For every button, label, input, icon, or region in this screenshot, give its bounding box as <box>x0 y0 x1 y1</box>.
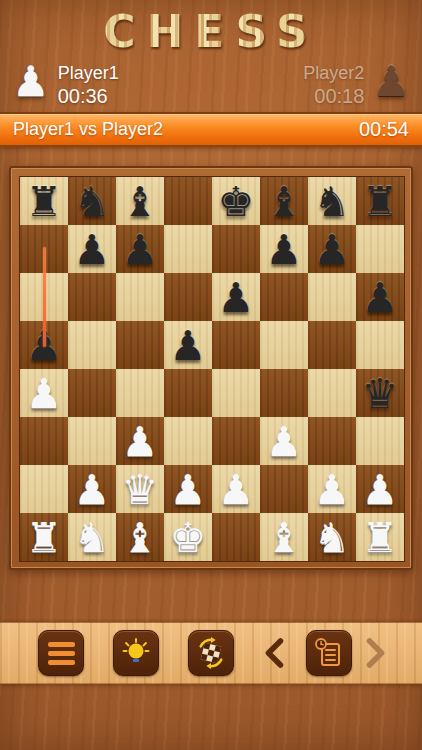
piece-white-king[interactable]: ♚ <box>164 513 212 561</box>
square-c7[interactable]: ♟ <box>116 225 164 273</box>
square-c3[interactable]: ♟ <box>116 417 164 465</box>
square-c1[interactable]: ♝ <box>116 513 164 561</box>
square-b7[interactable]: ♟ <box>68 225 116 273</box>
square-d5[interactable]: ♟ <box>164 321 212 369</box>
square-f8[interactable]: ♝ <box>260 177 308 225</box>
piece-black-knight[interactable]: ♞ <box>68 177 116 225</box>
square-g7[interactable]: ♟ <box>308 225 356 273</box>
brown-pawn-icon: ♟ <box>372 58 410 106</box>
hint-button[interactable] <box>113 630 159 676</box>
square-d4[interactable] <box>164 369 212 417</box>
piece-white-pawn[interactable]: ♟ <box>164 465 212 513</box>
piece-black-rook[interactable]: ♜ <box>356 177 404 225</box>
flip-board-button[interactable] <box>188 630 234 676</box>
piece-white-rook[interactable]: ♜ <box>356 513 404 561</box>
piece-black-pawn[interactable]: ♟ <box>260 225 308 273</box>
square-d8[interactable] <box>164 177 212 225</box>
square-e3[interactable] <box>212 417 260 465</box>
square-h1[interactable]: ♜ <box>356 513 404 561</box>
square-e7[interactable] <box>212 225 260 273</box>
player1-clock: 00:36 <box>58 84 108 108</box>
app-title: CHESS <box>0 6 422 57</box>
square-e1[interactable] <box>212 513 260 561</box>
square-b6[interactable] <box>68 273 116 321</box>
square-e8[interactable]: ♚ <box>212 177 260 225</box>
square-a4[interactable]: ♟ <box>20 369 68 417</box>
square-g8[interactable]: ♞ <box>308 177 356 225</box>
square-g1[interactable]: ♞ <box>308 513 356 561</box>
player2-name: Player2 <box>303 62 364 84</box>
square-b5[interactable] <box>68 321 116 369</box>
square-h8[interactable]: ♜ <box>356 177 404 225</box>
square-h3[interactable] <box>356 417 404 465</box>
piece-white-rook[interactable]: ♜ <box>20 513 68 561</box>
square-c6[interactable] <box>116 273 164 321</box>
square-f2[interactable] <box>260 465 308 513</box>
back-button[interactable] <box>256 630 292 676</box>
match-banner: Player1 vs Player2 00:54 <box>0 112 422 147</box>
square-c4[interactable] <box>116 369 164 417</box>
chevron-left-icon <box>262 635 286 671</box>
square-g4[interactable] <box>308 369 356 417</box>
piece-black-pawn[interactable]: ♟ <box>164 321 212 369</box>
square-c8[interactable]: ♝ <box>116 177 164 225</box>
piece-white-pawn[interactable]: ♟ <box>68 465 116 513</box>
square-h5[interactable] <box>356 321 404 369</box>
piece-black-queen[interactable]: ♛ <box>356 369 404 417</box>
chess-board[interactable]: ♜♞♝♚♝♞♜♟♟♟♟♟♟♟♟♟♛♟♟♟♛♟♟♟♟♜♞♝♚♝♞♜ <box>19 176 405 562</box>
square-a8[interactable]: ♜ <box>20 177 68 225</box>
matchup-label: Player1 vs Player2 <box>13 119 163 140</box>
square-b8[interactable]: ♞ <box>68 177 116 225</box>
square-d2[interactable]: ♟ <box>164 465 212 513</box>
player1-name: Player1 <box>58 62 119 84</box>
square-f7[interactable]: ♟ <box>260 225 308 273</box>
square-b2[interactable]: ♟ <box>68 465 116 513</box>
piece-white-bishop[interactable]: ♝ <box>260 513 308 561</box>
piece-black-bishop[interactable]: ♝ <box>260 177 308 225</box>
piece-black-knight[interactable]: ♞ <box>308 177 356 225</box>
white-pawn-icon: ♟ <box>12 58 50 106</box>
menu-button[interactable] <box>38 630 84 676</box>
square-f6[interactable] <box>260 273 308 321</box>
square-f4[interactable] <box>260 369 308 417</box>
player2-panel: Player2 00:18 ♟ <box>303 58 410 108</box>
square-d1[interactable]: ♚ <box>164 513 212 561</box>
square-d7[interactable] <box>164 225 212 273</box>
piece-black-pawn[interactable]: ♟ <box>116 225 164 273</box>
piece-white-knight[interactable]: ♞ <box>68 513 116 561</box>
piece-white-pawn[interactable]: ♟ <box>20 369 68 417</box>
square-f3[interactable]: ♟ <box>260 417 308 465</box>
square-g3[interactable] <box>308 417 356 465</box>
piece-black-pawn[interactable]: ♟ <box>308 225 356 273</box>
game-elapsed-time: 00:54 <box>359 118 409 141</box>
square-b3[interactable] <box>68 417 116 465</box>
square-h6[interactable]: ♟ <box>356 273 404 321</box>
piece-black-bishop[interactable]: ♝ <box>116 177 164 225</box>
square-a2[interactable] <box>20 465 68 513</box>
square-a1[interactable]: ♜ <box>20 513 68 561</box>
square-b1[interactable]: ♞ <box>68 513 116 561</box>
square-b4[interactable] <box>68 369 116 417</box>
square-h7[interactable] <box>356 225 404 273</box>
piece-black-king[interactable]: ♚ <box>212 177 260 225</box>
square-e5[interactable] <box>212 321 260 369</box>
player2-clock: 00:18 <box>314 84 364 108</box>
square-e4[interactable] <box>212 369 260 417</box>
last-move-indicator <box>43 247 46 347</box>
piece-white-pawn[interactable]: ♟ <box>356 465 404 513</box>
square-f5[interactable] <box>260 321 308 369</box>
hamburger-icon <box>48 642 75 665</box>
forward-button[interactable] <box>358 630 394 676</box>
square-c5[interactable] <box>116 321 164 369</box>
piece-black-pawn[interactable]: ♟ <box>356 273 404 321</box>
square-g2[interactable]: ♟ <box>308 465 356 513</box>
piece-white-pawn[interactable]: ♟ <box>212 465 260 513</box>
square-h4[interactable]: ♛ <box>356 369 404 417</box>
piece-white-bishop[interactable]: ♝ <box>116 513 164 561</box>
piece-white-knight[interactable]: ♞ <box>308 513 356 561</box>
square-c2[interactable]: ♛ <box>116 465 164 513</box>
square-d3[interactable] <box>164 417 212 465</box>
toolbar <box>0 622 422 684</box>
piece-black-rook[interactable]: ♜ <box>20 177 68 225</box>
lightbulb-icon <box>120 637 152 669</box>
square-f1[interactable]: ♝ <box>260 513 308 561</box>
chevron-right-icon <box>364 635 388 671</box>
square-e2[interactable]: ♟ <box>212 465 260 513</box>
app-screen: CHESS ♟ Player1 00:36 Player2 00:18 ♟ Pl… <box>0 0 422 750</box>
piece-black-pawn[interactable]: ♟ <box>68 225 116 273</box>
piece-white-pawn[interactable]: ♟ <box>308 465 356 513</box>
move-list-button[interactable] <box>306 630 352 676</box>
piece-white-pawn[interactable]: ♟ <box>116 417 164 465</box>
piece-white-queen[interactable]: ♛ <box>116 465 164 513</box>
rotate-board-icon <box>195 636 227 670</box>
player1-panel: ♟ Player1 00:36 <box>12 58 119 108</box>
square-h2[interactable]: ♟ <box>356 465 404 513</box>
square-d6[interactable] <box>164 273 212 321</box>
board-frame: ♜♞♝♚♝♞♜♟♟♟♟♟♟♟♟♟♛♟♟♟♛♟♟♟♟♜♞♝♚♝♞♜ <box>9 166 413 570</box>
square-a3[interactable] <box>20 417 68 465</box>
notation-clipboard-icon <box>313 637 345 669</box>
square-g6[interactable] <box>308 273 356 321</box>
square-e6[interactable]: ♟ <box>212 273 260 321</box>
square-g5[interactable] <box>308 321 356 369</box>
piece-white-pawn[interactable]: ♟ <box>260 417 308 465</box>
piece-black-pawn[interactable]: ♟ <box>212 273 260 321</box>
